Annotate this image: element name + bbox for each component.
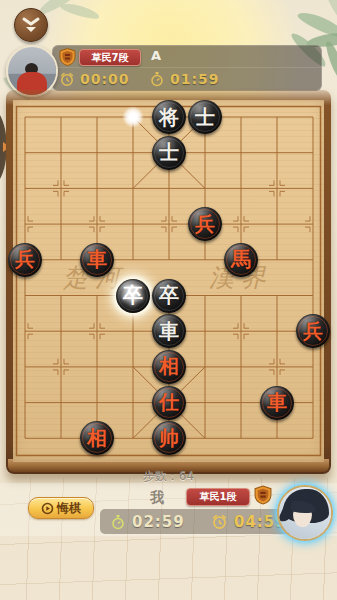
alarm-clock-icon (211, 513, 228, 530)
piece-glyph: 馬 (224, 243, 258, 277)
black-piece-士[interactable]: 士 (188, 100, 222, 134)
xiangqi-board: 楚河 漢界 将士士兵兵車馬卒卒車兵相仕車相帅 (6, 90, 331, 474)
red-piece-兵[interactable]: 兵 (188, 207, 222, 241)
alarm-clock-icon (59, 71, 75, 87)
last-move-origin-marker (122, 106, 144, 128)
step-counter: 步数：64 (0, 468, 337, 485)
piece-glyph: 車 (80, 243, 114, 277)
piece-glyph: 士 (152, 136, 186, 170)
selected-black-piece-卒[interactable]: 卒 (116, 279, 150, 313)
piece-glyph: 仕 (152, 386, 186, 420)
undo-button[interactable]: 悔棋 (28, 497, 94, 519)
chevron-double-down-icon (15, 9, 47, 41)
piece-glyph: 将 (152, 100, 186, 134)
xiangqi-game-screen: 草民7段 A 00:00 01:59 楚河 漢界 将士士兵兵車馬卒卒車兵相 (0, 0, 337, 600)
piece-glyph: 兵 (8, 243, 42, 277)
opponent-name: A (151, 48, 161, 63)
red-piece-相[interactable]: 相 (152, 350, 186, 384)
my-player-label: 我 (150, 489, 180, 507)
piece-glyph: 車 (260, 386, 294, 420)
red-piece-相[interactable]: 相 (80, 421, 114, 455)
piece-glyph: 帅 (152, 421, 186, 455)
piece-glyph: 兵 (188, 207, 222, 241)
stopwatch-icon (149, 71, 165, 87)
bar-divider (53, 67, 321, 68)
piece-glyph: 相 (80, 421, 114, 455)
opponent-move-time: 01:59 (170, 71, 220, 87)
red-piece-帅[interactable]: 帅 (152, 421, 186, 455)
piece-glyph: 卒 (116, 279, 150, 313)
red-piece-仕[interactable]: 仕 (152, 386, 186, 420)
my-rank-badge: 草民1段 (186, 488, 250, 506)
rank-shield-icon (59, 48, 76, 66)
piece-glyph: 相 (152, 350, 186, 384)
red-piece-馬[interactable]: 馬 (224, 243, 258, 277)
my-avatar[interactable] (277, 485, 333, 541)
opponent-total-time: 00:00 (80, 71, 130, 87)
black-piece-車[interactable]: 車 (152, 314, 186, 348)
replay-circle-icon (41, 502, 54, 515)
opponent-info-bar: 草民7段 A 00:00 01:59 (52, 45, 322, 91)
black-piece-卒[interactable]: 卒 (152, 279, 186, 313)
bamboo-leaf (323, 39, 337, 80)
stopwatch-icon (110, 514, 126, 530)
piece-glyph: 卒 (152, 279, 186, 313)
red-piece-車[interactable]: 車 (80, 243, 114, 277)
my-move-time: 02:59 (132, 513, 185, 531)
red-piece-車[interactable]: 車 (260, 386, 294, 420)
bamboo-leaf (59, 1, 100, 22)
red-piece-兵[interactable]: 兵 (296, 314, 330, 348)
undo-button-label: 悔棋 (57, 500, 81, 517)
piece-glyph: 兵 (296, 314, 330, 348)
red-piece-兵[interactable]: 兵 (8, 243, 42, 277)
rank-shield-icon (254, 485, 272, 505)
black-piece-将[interactable]: 将 (152, 100, 186, 134)
piece-glyph: 車 (152, 314, 186, 348)
pieces-layer: 将士士兵兵車馬卒卒車兵相仕車相帅 (13, 100, 324, 462)
piece-glyph: 士 (188, 100, 222, 134)
black-piece-士[interactable]: 士 (152, 136, 186, 170)
opponent-rank-badge: 草民7段 (79, 49, 141, 66)
collapse-panel-button[interactable] (14, 8, 48, 42)
